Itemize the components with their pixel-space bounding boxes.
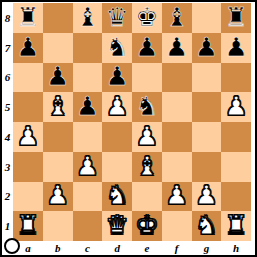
square-d2[interactable]: ♞ — [102, 182, 132, 212]
rank-label-5: 5 — [2, 92, 13, 122]
piece-white-knight[interactable]: ♞ — [105, 182, 128, 208]
square-d7[interactable]: ♞ — [102, 33, 132, 63]
square-e5[interactable]: ♞ — [132, 92, 162, 122]
piece-black-bishop[interactable]: ♝ — [76, 4, 99, 30]
piece-black-knight[interactable]: ♞ — [135, 93, 158, 119]
piece-black-bishop[interactable]: ♝ — [165, 4, 188, 30]
piece-white-rook[interactable]: ♜ — [16, 212, 39, 238]
piece-black-pawn[interactable]: ♟ — [224, 34, 247, 60]
piece-black-pawn[interactable]: ♟ — [16, 34, 39, 60]
piece-white-pawn[interactable]: ♟ — [46, 182, 69, 208]
piece-white-pawn[interactable]: ♟ — [105, 93, 128, 119]
square-f7[interactable]: ♟ — [162, 33, 192, 63]
square-a7[interactable]: ♟ — [13, 33, 43, 63]
square-a3[interactable] — [13, 152, 43, 182]
rank-label-8: 8 — [2, 3, 13, 33]
square-a4[interactable]: ♟ — [13, 122, 43, 152]
square-g8[interactable] — [192, 3, 222, 33]
rank-labels: 87654321 — [2, 3, 13, 241]
square-f3[interactable] — [162, 152, 192, 182]
piece-black-knight[interactable]: ♞ — [105, 34, 128, 60]
square-d6[interactable]: ♟ — [102, 63, 132, 93]
square-d4[interactable] — [102, 122, 132, 152]
rank-label-6: 6 — [2, 63, 13, 93]
chess-board: ♜♝♛♚♝♜♟♞♟♟♟♟♟♟♝♟♟♞♟♟♟♟♝♟♞♟♟♜♛♚♞♜ — [13, 3, 251, 241]
piece-black-queen[interactable]: ♛ — [105, 4, 128, 30]
piece-white-knight[interactable]: ♞ — [195, 212, 218, 238]
piece-white-queen[interactable]: ♛ — [105, 212, 128, 238]
file-label-b: b — [43, 241, 73, 255]
piece-black-pawn[interactable]: ♟ — [195, 34, 218, 60]
square-b3[interactable] — [43, 152, 73, 182]
square-c2[interactable] — [73, 182, 103, 212]
square-g1[interactable]: ♞ — [192, 211, 222, 241]
piece-white-pawn[interactable]: ♟ — [165, 182, 188, 208]
square-c4[interactable] — [73, 122, 103, 152]
chess-diagram: 87654321 ♜♝♛♚♝♜♟♞♟♟♟♟♟♟♝♟♟♞♟♟♟♟♝♟♞♟♟♜♛♚♞… — [0, 0, 257, 257]
square-a2[interactable] — [13, 182, 43, 212]
square-b7[interactable] — [43, 33, 73, 63]
square-h1[interactable]: ♜ — [221, 211, 251, 241]
square-f6[interactable] — [162, 63, 192, 93]
piece-black-pawn[interactable]: ♟ — [135, 34, 158, 60]
file-labels: abcdefgh — [13, 241, 251, 255]
piece-white-king[interactable]: ♚ — [135, 212, 158, 238]
piece-black-king[interactable]: ♚ — [135, 4, 158, 30]
piece-white-pawn[interactable]: ♟ — [76, 153, 99, 179]
rank-label-1: 1 — [2, 211, 13, 241]
square-f2[interactable]: ♟ — [162, 182, 192, 212]
square-e7[interactable]: ♟ — [132, 33, 162, 63]
square-f4[interactable] — [162, 122, 192, 152]
square-c7[interactable] — [73, 33, 103, 63]
square-e6[interactable] — [132, 63, 162, 93]
square-b4[interactable] — [43, 122, 73, 152]
square-h6[interactable] — [221, 63, 251, 93]
square-h5[interactable]: ♟ — [221, 92, 251, 122]
rank-label-3: 3 — [2, 152, 13, 182]
square-c1[interactable] — [73, 211, 103, 241]
file-label-h: h — [221, 241, 251, 255]
square-h3[interactable] — [221, 152, 251, 182]
square-a6[interactable] — [13, 63, 43, 93]
piece-black-pawn[interactable]: ♟ — [105, 63, 128, 89]
rank-label-4: 4 — [2, 122, 13, 152]
square-b2[interactable]: ♟ — [43, 182, 73, 212]
piece-white-pawn[interactable]: ♟ — [16, 123, 39, 149]
piece-white-bishop[interactable]: ♝ — [46, 93, 69, 119]
square-e1[interactable]: ♚ — [132, 211, 162, 241]
piece-white-pawn[interactable]: ♟ — [224, 93, 247, 119]
piece-black-rook[interactable]: ♜ — [16, 4, 39, 30]
square-d5[interactable]: ♟ — [102, 92, 132, 122]
piece-white-bishop[interactable]: ♝ — [135, 153, 158, 179]
square-b6[interactable]: ♟ — [43, 63, 73, 93]
piece-black-pawn[interactable]: ♟ — [165, 34, 188, 60]
square-e8[interactable]: ♚ — [132, 3, 162, 33]
file-label-e: e — [132, 241, 162, 255]
square-h7[interactable]: ♟ — [221, 33, 251, 63]
square-a5[interactable] — [13, 92, 43, 122]
square-d8[interactable]: ♛ — [102, 3, 132, 33]
white-to-move-indicator-icon — [4, 238, 20, 254]
rank-label-7: 7 — [2, 33, 13, 63]
file-label-d: d — [102, 241, 132, 255]
square-b8[interactable] — [43, 3, 73, 33]
square-e3[interactable]: ♝ — [132, 152, 162, 182]
square-f5[interactable] — [162, 92, 192, 122]
piece-black-rook[interactable]: ♜ — [224, 4, 247, 30]
square-h4[interactable] — [221, 122, 251, 152]
file-label-f: f — [162, 241, 192, 255]
square-b5[interactable]: ♝ — [43, 92, 73, 122]
square-f8[interactable]: ♝ — [162, 3, 192, 33]
piece-black-pawn[interactable]: ♟ — [46, 63, 69, 89]
square-e4[interactable]: ♟ — [132, 122, 162, 152]
square-g2[interactable]: ♟ — [192, 182, 222, 212]
square-g5[interactable] — [192, 92, 222, 122]
square-b1[interactable] — [43, 211, 73, 241]
square-g6[interactable] — [192, 63, 222, 93]
square-c6[interactable] — [73, 63, 103, 93]
piece-white-pawn[interactable]: ♟ — [135, 123, 158, 149]
piece-white-rook[interactable]: ♜ — [224, 212, 247, 238]
square-d3[interactable] — [102, 152, 132, 182]
square-d1[interactable]: ♛ — [102, 211, 132, 241]
square-h2[interactable] — [221, 182, 251, 212]
file-label-g: g — [192, 241, 222, 255]
square-g4[interactable] — [192, 122, 222, 152]
file-label-c: c — [73, 241, 103, 255]
piece-black-pawn[interactable]: ♟ — [76, 93, 99, 119]
square-e2[interactable] — [132, 182, 162, 212]
square-f1[interactable] — [162, 211, 192, 241]
square-h8[interactable]: ♜ — [221, 3, 251, 33]
square-a1[interactable]: ♜ — [13, 211, 43, 241]
square-c5[interactable]: ♟ — [73, 92, 103, 122]
square-g7[interactable]: ♟ — [192, 33, 222, 63]
piece-white-pawn[interactable]: ♟ — [195, 182, 218, 208]
square-g3[interactable] — [192, 152, 222, 182]
square-a8[interactable]: ♜ — [13, 3, 43, 33]
square-c8[interactable]: ♝ — [73, 3, 103, 33]
rank-label-2: 2 — [2, 182, 13, 212]
square-c3[interactable]: ♟ — [73, 152, 103, 182]
